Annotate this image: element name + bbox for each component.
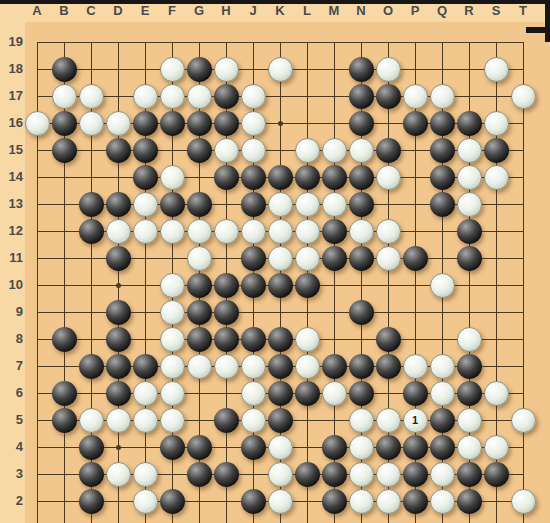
white-stone-N15: [349, 138, 374, 163]
row-label-19: 19: [2, 34, 23, 49]
column-label-J: J: [243, 3, 263, 18]
black-stone-S3: [484, 462, 509, 487]
white-stone-K2: [268, 489, 293, 514]
star-point-K16: [278, 121, 283, 126]
black-stone-O8: [376, 327, 401, 352]
black-stone-N11: [349, 246, 374, 271]
white-stone-L13: [295, 192, 320, 217]
white-stone-E3: [133, 462, 158, 487]
black-stone-N18: [349, 57, 374, 82]
white-stone-S14: [484, 165, 509, 190]
black-stone-G18: [187, 57, 212, 82]
black-stone-D6: [106, 381, 131, 406]
white-stone-R8: [457, 327, 482, 352]
black-stone-O17: [376, 84, 401, 109]
black-stone-B6: [52, 381, 77, 406]
white-stone-O12: [376, 219, 401, 244]
white-stone-T2: [511, 489, 536, 514]
black-stone-F16: [160, 111, 185, 136]
black-stone-J10: [241, 273, 266, 298]
white-stone-N3: [349, 462, 374, 487]
black-stone-L10: [295, 273, 320, 298]
white-stone-R13: [457, 192, 482, 217]
white-stone-E13: [133, 192, 158, 217]
white-stone-N5: [349, 408, 374, 433]
star-point-D4: [116, 445, 121, 450]
white-stone-G11: [187, 246, 212, 271]
white-stone-K18: [268, 57, 293, 82]
row-label-7: 7: [2, 358, 23, 373]
window-top-border: [0, 0, 550, 4]
white-stone-M15: [322, 138, 347, 163]
black-stone-J14: [241, 165, 266, 190]
white-stone-Q7: [430, 354, 455, 379]
black-stone-D7: [106, 354, 131, 379]
column-label-R: R: [459, 3, 479, 18]
black-stone-B8: [52, 327, 77, 352]
black-stone-P4: [403, 435, 428, 460]
white-stone-E2: [133, 489, 158, 514]
column-label-H: H: [216, 3, 236, 18]
black-stone-H10: [214, 273, 239, 298]
white-stone-P7: [403, 354, 428, 379]
white-stone-E17: [133, 84, 158, 109]
black-stone-C4: [79, 435, 104, 460]
black-stone-E16: [133, 111, 158, 136]
column-label-B: B: [54, 3, 74, 18]
white-stone-K3: [268, 462, 293, 487]
black-stone-K7: [268, 354, 293, 379]
row-label-2: 2: [2, 493, 23, 508]
white-stone-Q10: [430, 273, 455, 298]
column-label-K: K: [270, 3, 290, 18]
black-stone-G15: [187, 138, 212, 163]
black-stone-H8: [214, 327, 239, 352]
white-stone-Q2: [430, 489, 455, 514]
black-stone-M7: [322, 354, 347, 379]
star-point-D10: [116, 283, 121, 288]
black-stone-G13: [187, 192, 212, 217]
black-stone-C12: [79, 219, 104, 244]
white-stone-K12: [268, 219, 293, 244]
black-stone-P3: [403, 462, 428, 487]
white-stone-O11: [376, 246, 401, 271]
row-label-15: 15: [2, 142, 23, 157]
black-stone-P11: [403, 246, 428, 271]
black-stone-J4: [241, 435, 266, 460]
black-stone-K14: [268, 165, 293, 190]
white-stone-F9: [160, 300, 185, 325]
column-label-Q: Q: [432, 3, 452, 18]
black-stone-C3: [79, 462, 104, 487]
black-stone-H16: [214, 111, 239, 136]
white-stone-G7: [187, 354, 212, 379]
black-stone-N9: [349, 300, 374, 325]
white-stone-T5: [511, 408, 536, 433]
white-stone-R14: [457, 165, 482, 190]
white-stone-O5: [376, 408, 401, 433]
column-label-E: E: [135, 3, 155, 18]
white-stone-F17: [160, 84, 185, 109]
row-label-16: 16: [2, 115, 23, 130]
column-label-C: C: [81, 3, 101, 18]
black-stone-D9: [106, 300, 131, 325]
black-stone-P2: [403, 489, 428, 514]
black-stone-J13: [241, 192, 266, 217]
white-stone-C16: [79, 111, 104, 136]
white-stone-E5: [133, 408, 158, 433]
black-stone-J2: [241, 489, 266, 514]
black-stone-N14: [349, 165, 374, 190]
black-stone-N13: [349, 192, 374, 217]
row-label-4: 4: [2, 439, 23, 454]
black-stone-G16: [187, 111, 212, 136]
white-stone-H7: [214, 354, 239, 379]
black-stone-B18: [52, 57, 77, 82]
black-stone-Q14: [430, 165, 455, 190]
black-stone-Q4: [430, 435, 455, 460]
black-stone-R11: [457, 246, 482, 271]
black-stone-P16: [403, 111, 428, 136]
black-stone-Q16: [430, 111, 455, 136]
white-stone-K4: [268, 435, 293, 460]
row-label-18: 18: [2, 61, 23, 76]
white-stone-D3: [106, 462, 131, 487]
white-stone-P17: [403, 84, 428, 109]
black-stone-L3: [295, 462, 320, 487]
black-stone-O4: [376, 435, 401, 460]
column-label-A: A: [27, 3, 47, 18]
white-stone-J5: [241, 408, 266, 433]
white-stone-J12: [241, 219, 266, 244]
white-stone-Q17: [430, 84, 455, 109]
white-stone-N4: [349, 435, 374, 460]
black-stone-N6: [349, 381, 374, 406]
white-stone-K13: [268, 192, 293, 217]
white-stone-D12: [106, 219, 131, 244]
row-label-17: 17: [2, 88, 23, 103]
black-stone-G4: [187, 435, 212, 460]
white-stone-D16: [106, 111, 131, 136]
white-stone-S16: [484, 111, 509, 136]
black-stone-K8: [268, 327, 293, 352]
black-stone-F4: [160, 435, 185, 460]
black-stone-G8: [187, 327, 212, 352]
corner-mark-vertical: [545, 0, 550, 42]
black-stone-E14: [133, 165, 158, 190]
white-stone-S18: [484, 57, 509, 82]
black-stone-M2: [322, 489, 347, 514]
black-stone-D15: [106, 138, 131, 163]
white-stone-Q3: [430, 462, 455, 487]
white-stone-H12: [214, 219, 239, 244]
black-stone-F2: [160, 489, 185, 514]
white-stone-D5: [106, 408, 131, 433]
white-stone-T17: [511, 84, 536, 109]
white-stone-O14: [376, 165, 401, 190]
white-stone-L11: [295, 246, 320, 271]
white-stone-R5: [457, 408, 482, 433]
white-stone-F6: [160, 381, 185, 406]
white-stone-F5: [160, 408, 185, 433]
white-stone-C5: [79, 408, 104, 433]
white-stone-K11: [268, 246, 293, 271]
go-app-window: ABCDEFGHJKLMNOPQRST 19181716151413121110…: [0, 0, 550, 523]
black-stone-O7: [376, 354, 401, 379]
white-stone-G17: [187, 84, 212, 109]
black-stone-C13: [79, 192, 104, 217]
black-stone-S15: [484, 138, 509, 163]
column-label-L: L: [297, 3, 317, 18]
white-stone-J6: [241, 381, 266, 406]
white-stone-P5: 1: [403, 408, 428, 433]
black-stone-Q15: [430, 138, 455, 163]
white-stone-E6: [133, 381, 158, 406]
black-stone-E7: [133, 354, 158, 379]
row-label-10: 10: [2, 277, 23, 292]
black-stone-R2: [457, 489, 482, 514]
white-stone-N12: [349, 219, 374, 244]
black-stone-R16: [457, 111, 482, 136]
black-stone-D13: [106, 192, 131, 217]
black-stone-G10: [187, 273, 212, 298]
white-stone-R15: [457, 138, 482, 163]
white-stone-L8: [295, 327, 320, 352]
row-label-8: 8: [2, 331, 23, 346]
black-stone-C7: [79, 354, 104, 379]
black-stone-Q13: [430, 192, 455, 217]
black-stone-R12: [457, 219, 482, 244]
white-stone-Q6: [430, 381, 455, 406]
black-stone-M11: [322, 246, 347, 271]
black-stone-L6: [295, 381, 320, 406]
row-label-12: 12: [2, 223, 23, 238]
black-stone-D11: [106, 246, 131, 271]
white-stone-F18: [160, 57, 185, 82]
white-stone-N2: [349, 489, 374, 514]
white-stone-F14: [160, 165, 185, 190]
column-label-T: T: [513, 3, 533, 18]
black-stone-B15: [52, 138, 77, 163]
white-stone-C17: [79, 84, 104, 109]
row-label-11: 11: [2, 250, 23, 265]
white-stone-S4: [484, 435, 509, 460]
column-label-P: P: [405, 3, 425, 18]
row-label-9: 9: [2, 304, 23, 319]
row-label-6: 6: [2, 385, 23, 400]
black-stone-H3: [214, 462, 239, 487]
white-stone-O2: [376, 489, 401, 514]
black-stone-D8: [106, 327, 131, 352]
white-stone-O3: [376, 462, 401, 487]
black-stone-C2: [79, 489, 104, 514]
black-stone-L14: [295, 165, 320, 190]
black-stone-M3: [322, 462, 347, 487]
black-stone-O15: [376, 138, 401, 163]
white-stone-H18: [214, 57, 239, 82]
black-stone-M14: [322, 165, 347, 190]
black-stone-M12: [322, 219, 347, 244]
white-stone-O18: [376, 57, 401, 82]
move-number-marker: 1: [412, 415, 418, 426]
white-stone-F8: [160, 327, 185, 352]
black-stone-P6: [403, 381, 428, 406]
white-stone-L15: [295, 138, 320, 163]
column-label-F: F: [162, 3, 182, 18]
black-stone-N16: [349, 111, 374, 136]
black-stone-J8: [241, 327, 266, 352]
black-stone-Q5: [430, 408, 455, 433]
white-stone-J7: [241, 354, 266, 379]
white-stone-E12: [133, 219, 158, 244]
black-stone-H14: [214, 165, 239, 190]
row-label-5: 5: [2, 412, 23, 427]
column-label-G: G: [189, 3, 209, 18]
white-stone-S6: [484, 381, 509, 406]
row-label-3: 3: [2, 466, 23, 481]
black-stone-R6: [457, 381, 482, 406]
black-stone-G9: [187, 300, 212, 325]
corner-mark-horizontal: [526, 27, 546, 33]
black-stone-F13: [160, 192, 185, 217]
white-stone-J17: [241, 84, 266, 109]
column-label-S: S: [486, 3, 506, 18]
white-stone-F10: [160, 273, 185, 298]
black-stone-K5: [268, 408, 293, 433]
white-stone-J16: [241, 111, 266, 136]
black-stone-R3: [457, 462, 482, 487]
black-stone-H17: [214, 84, 239, 109]
black-stone-M4: [322, 435, 347, 460]
black-stone-B5: [52, 408, 77, 433]
white-stone-M6: [322, 381, 347, 406]
column-label-N: N: [351, 3, 371, 18]
black-stone-E15: [133, 138, 158, 163]
row-label-14: 14: [2, 169, 23, 184]
column-label-D: D: [108, 3, 128, 18]
black-stone-N7: [349, 354, 374, 379]
black-stone-N17: [349, 84, 374, 109]
black-stone-K10: [268, 273, 293, 298]
column-label-M: M: [324, 3, 344, 18]
black-stone-J11: [241, 246, 266, 271]
white-stone-L12: [295, 219, 320, 244]
black-stone-K6: [268, 381, 293, 406]
white-stone-M13: [322, 192, 347, 217]
white-stone-F7: [160, 354, 185, 379]
white-stone-L7: [295, 354, 320, 379]
row-label-13: 13: [2, 196, 23, 211]
black-stone-H5: [214, 408, 239, 433]
white-stone-R4: [457, 435, 482, 460]
white-stone-B17: [52, 84, 77, 109]
white-stone-F12: [160, 219, 185, 244]
black-stone-B16: [52, 111, 77, 136]
white-stone-H15: [214, 138, 239, 163]
white-stone-A16: [25, 111, 50, 136]
white-stone-G12: [187, 219, 212, 244]
black-stone-G3: [187, 462, 212, 487]
black-stone-H9: [214, 300, 239, 325]
black-stone-R7: [457, 354, 482, 379]
white-stone-J15: [241, 138, 266, 163]
column-label-O: O: [378, 3, 398, 18]
